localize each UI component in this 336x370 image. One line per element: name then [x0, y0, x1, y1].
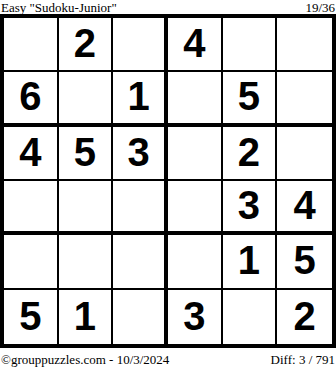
- cell-r4c6-given: 4: [277, 181, 332, 235]
- cell-r4c5-given: 3: [223, 181, 278, 235]
- cell-r1c6-empty[interactable]: [277, 18, 332, 72]
- cell-r1c5-empty[interactable]: [223, 18, 278, 72]
- cell-r6c3-empty[interactable]: [113, 290, 168, 344]
- cell-r2c4-empty[interactable]: [168, 72, 223, 126]
- cell-r2c3-given: 1: [113, 72, 168, 126]
- cell-r6c4-given: 3: [168, 290, 223, 344]
- copyright-text: ©grouppuzzles.com - 10/3/2024: [1, 353, 169, 367]
- cell-r3c3-given: 3: [113, 127, 168, 181]
- difficulty-text: Diff: 3 / 791: [271, 353, 335, 367]
- cell-r4c1-empty[interactable]: [4, 181, 59, 235]
- cell-r5c4-empty[interactable]: [168, 235, 223, 289]
- cell-r2c5-given: 5: [223, 72, 278, 126]
- cell-r5c2-empty[interactable]: [59, 235, 114, 289]
- cell-r6c2-given: 1: [59, 290, 114, 344]
- cell-r2c6-empty[interactable]: [277, 72, 332, 126]
- cell-r1c4-given: 4: [168, 18, 223, 72]
- sudoku-page: Easy "Sudoku-Junior" 19/36 2461545323415…: [0, 0, 336, 370]
- puzzle-title: Easy "Sudoku-Junior": [1, 1, 117, 14]
- given-count: 19/36: [305, 1, 335, 14]
- cell-r3c1-given: 4: [4, 127, 59, 181]
- cell-r6c6-given: 2: [277, 290, 332, 344]
- cell-r4c4-empty[interactable]: [168, 181, 223, 235]
- sudoku-board: 24615453234155132: [0, 14, 336, 348]
- cell-r3c6-empty[interactable]: [277, 127, 332, 181]
- cell-r1c1-empty[interactable]: [4, 18, 59, 72]
- cell-r6c1-given: 5: [4, 290, 59, 344]
- cell-r1c2-given: 2: [59, 18, 114, 72]
- cell-r3c5-given: 2: [223, 127, 278, 181]
- cell-r4c2-empty[interactable]: [59, 181, 114, 235]
- cell-r2c1-given: 6: [4, 72, 59, 126]
- cell-r4c3-empty[interactable]: [113, 181, 168, 235]
- cell-r6c5-empty[interactable]: [223, 290, 278, 344]
- cell-r3c4-empty[interactable]: [168, 127, 223, 181]
- footer: ©grouppuzzles.com - 10/3/2024 Diff: 3 / …: [0, 348, 336, 370]
- header: Easy "Sudoku-Junior" 19/36: [0, 0, 336, 14]
- cell-r5c6-given: 5: [277, 235, 332, 289]
- cell-r5c5-given: 1: [223, 235, 278, 289]
- cell-r5c1-empty[interactable]: [4, 235, 59, 289]
- cell-r1c3-empty[interactable]: [113, 18, 168, 72]
- cell-r3c2-given: 5: [59, 127, 114, 181]
- cell-r5c3-empty[interactable]: [113, 235, 168, 289]
- cell-r2c2-empty[interactable]: [59, 72, 114, 126]
